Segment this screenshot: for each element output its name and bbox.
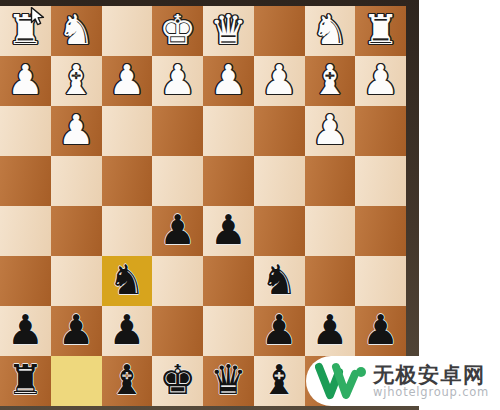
- watermark-title: 无极安卓网: [373, 364, 489, 386]
- square-e7[interactable]: [152, 306, 203, 356]
- square-h8[interactable]: ♜: [0, 356, 51, 406]
- square-g8[interactable]: [51, 356, 102, 406]
- piece-black-pawn[interactable]: ♟: [261, 310, 298, 351]
- piece-black-bishop[interactable]: ♝: [108, 360, 145, 401]
- square-d5[interactable]: ♟: [203, 206, 254, 256]
- square-f7[interactable]: ♟: [102, 306, 153, 356]
- square-g5[interactable]: [51, 206, 102, 256]
- square-e6[interactable]: [152, 256, 203, 306]
- piece-white-pawn[interactable]: ♟: [261, 60, 298, 101]
- piece-white-pawn[interactable]: ♟: [7, 60, 44, 101]
- square-c1[interactable]: [254, 6, 305, 56]
- square-f1[interactable]: [102, 6, 153, 56]
- piece-black-pawn[interactable]: ♟: [7, 310, 44, 351]
- square-c2[interactable]: ♟: [254, 56, 305, 106]
- piece-white-pawn[interactable]: ♟: [210, 60, 247, 101]
- piece-white-pawn[interactable]: ♟: [58, 110, 95, 151]
- piece-black-knight[interactable]: ♞: [261, 260, 298, 301]
- piece-black-king[interactable]: ♚: [159, 360, 196, 401]
- square-c3[interactable]: [254, 106, 305, 156]
- square-a3[interactable]: [355, 106, 406, 156]
- square-f4[interactable]: [102, 156, 153, 206]
- board-frame: ♜♞♚♛♞♜♟♝♟♟♟♟♝♟♟♟♟♟♞♞♟♟♟♟♟♟♜♝♚♛♝♜: [0, 0, 419, 410]
- square-f8[interactable]: ♝: [102, 356, 153, 406]
- piece-white-queen[interactable]: ♛: [210, 10, 247, 51]
- piece-black-pawn[interactable]: ♟: [362, 310, 399, 351]
- piece-white-pawn[interactable]: ♟: [159, 60, 196, 101]
- mouse-cursor-icon: [30, 7, 47, 27]
- square-b1[interactable]: ♞: [305, 6, 356, 56]
- square-e2[interactable]: ♟: [152, 56, 203, 106]
- screenshot-stage: ♜♞♚♛♞♜♟♝♟♟♟♟♝♟♟♟♟♟♞♞♟♟♟♟♟♟♜♝♚♛♝♜ 无极安卓网 w…: [0, 0, 500, 410]
- square-f3[interactable]: [102, 106, 153, 156]
- square-c5[interactable]: [254, 206, 305, 256]
- square-a5[interactable]: [355, 206, 406, 256]
- piece-black-knight[interactable]: ♞: [108, 260, 145, 301]
- square-d1[interactable]: ♛: [203, 6, 254, 56]
- piece-black-pawn[interactable]: ♟: [311, 310, 348, 351]
- square-d8[interactable]: ♛: [203, 356, 254, 406]
- piece-black-pawn[interactable]: ♟: [108, 310, 145, 351]
- piece-white-rook[interactable]: ♜: [362, 10, 399, 51]
- watermark-w-logo-icon: [315, 359, 367, 403]
- square-d4[interactable]: [203, 156, 254, 206]
- square-d7[interactable]: [203, 306, 254, 356]
- square-a7[interactable]: ♟: [355, 306, 406, 356]
- square-e5[interactable]: ♟: [152, 206, 203, 256]
- piece-white-pawn[interactable]: ♟: [362, 60, 399, 101]
- square-h3[interactable]: [0, 106, 51, 156]
- square-b4[interactable]: [305, 156, 356, 206]
- watermark-subtitle: wjhotelgroup.com: [373, 386, 489, 398]
- piece-black-queen[interactable]: ♛: [210, 360, 247, 401]
- square-e4[interactable]: [152, 156, 203, 206]
- square-a1[interactable]: ♜: [355, 6, 406, 56]
- piece-white-bishop[interactable]: ♝: [311, 60, 348, 101]
- watermark: 无极安卓网 wjhotelgroup.com: [306, 356, 500, 406]
- piece-black-bishop[interactable]: ♝: [261, 360, 298, 401]
- piece-black-pawn[interactable]: ♟: [58, 310, 95, 351]
- square-c4[interactable]: [254, 156, 305, 206]
- square-a4[interactable]: [355, 156, 406, 206]
- square-d3[interactable]: [203, 106, 254, 156]
- piece-white-knight[interactable]: ♞: [58, 10, 95, 51]
- square-b3[interactable]: ♟: [305, 106, 356, 156]
- square-g4[interactable]: [51, 156, 102, 206]
- square-g1[interactable]: ♞: [51, 6, 102, 56]
- piece-black-pawn[interactable]: ♟: [159, 210, 196, 251]
- square-h7[interactable]: ♟: [0, 306, 51, 356]
- piece-black-pawn[interactable]: ♟: [210, 210, 247, 251]
- square-e8[interactable]: ♚: [152, 356, 203, 406]
- square-h6[interactable]: [0, 256, 51, 306]
- piece-white-knight[interactable]: ♞: [311, 10, 348, 51]
- square-c7[interactable]: ♟: [254, 306, 305, 356]
- square-e1[interactable]: ♚: [152, 6, 203, 56]
- square-b5[interactable]: [305, 206, 356, 256]
- piece-white-pawn[interactable]: ♟: [108, 60, 145, 101]
- square-d6[interactable]: [203, 256, 254, 306]
- square-b2[interactable]: ♝: [305, 56, 356, 106]
- square-c6[interactable]: ♞: [254, 256, 305, 306]
- piece-white-king[interactable]: ♚: [159, 10, 196, 51]
- piece-black-rook[interactable]: ♜: [7, 360, 44, 401]
- square-g2[interactable]: ♝: [51, 56, 102, 106]
- square-b7[interactable]: ♟: [305, 306, 356, 356]
- square-h4[interactable]: [0, 156, 51, 206]
- chess-board: ♜♞♚♛♞♜♟♝♟♟♟♟♝♟♟♟♟♟♞♞♟♟♟♟♟♟♜♝♚♛♝♜: [0, 6, 406, 406]
- square-h5[interactable]: [0, 206, 51, 256]
- square-b6[interactable]: [305, 256, 356, 306]
- square-e3[interactable]: [152, 106, 203, 156]
- square-c8[interactable]: ♝: [254, 356, 305, 406]
- square-g6[interactable]: [51, 256, 102, 306]
- square-a2[interactable]: ♟: [355, 56, 406, 106]
- piece-white-bishop[interactable]: ♝: [58, 60, 95, 101]
- square-a6[interactable]: [355, 256, 406, 306]
- square-f5[interactable]: [102, 206, 153, 256]
- square-h2[interactable]: ♟: [0, 56, 51, 106]
- watermark-text: 无极安卓网 wjhotelgroup.com: [373, 364, 489, 398]
- square-d2[interactable]: ♟: [203, 56, 254, 106]
- square-f2[interactable]: ♟: [102, 56, 153, 106]
- piece-white-pawn[interactable]: ♟: [311, 110, 348, 151]
- square-f6[interactable]: ♞: [102, 256, 153, 306]
- square-g7[interactable]: ♟: [51, 306, 102, 356]
- square-g3[interactable]: ♟: [51, 106, 102, 156]
